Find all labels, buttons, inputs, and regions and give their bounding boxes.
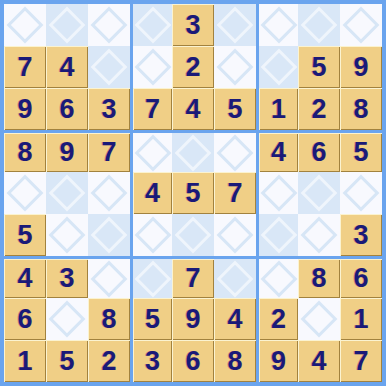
cell-r4c5[interactable] bbox=[172, 130, 214, 172]
cell-r8c8[interactable] bbox=[298, 298, 340, 340]
digit: 8 bbox=[311, 265, 326, 292]
cell-r2c4[interactable] bbox=[130, 46, 172, 88]
digit: 5 bbox=[311, 54, 326, 81]
digit: 4 bbox=[145, 180, 160, 207]
diamond-mark bbox=[301, 7, 338, 44]
cell-r5c2[interactable] bbox=[46, 172, 88, 214]
cell-r4c9: 5 bbox=[340, 130, 382, 172]
digit: 2 bbox=[311, 96, 326, 123]
digit: 2 bbox=[185, 54, 200, 81]
diamond-mark bbox=[217, 134, 254, 171]
digit: 8 bbox=[101, 306, 116, 333]
cell-r3c6: 5 bbox=[214, 88, 256, 130]
diamond-mark bbox=[260, 175, 297, 212]
cell-r9c5: 6 bbox=[172, 340, 214, 382]
cell-r5c9[interactable] bbox=[340, 172, 382, 214]
cell-r8c7: 2 bbox=[256, 298, 298, 340]
cell-r6c8[interactable] bbox=[298, 214, 340, 256]
digit: 1 bbox=[353, 306, 368, 333]
cell-r1c3[interactable] bbox=[88, 4, 130, 46]
cell-r2c3[interactable] bbox=[88, 46, 130, 88]
cell-r3c8: 2 bbox=[298, 88, 340, 130]
digit: 4 bbox=[59, 54, 74, 81]
cell-r9c6: 8 bbox=[214, 340, 256, 382]
cell-r1c2[interactable] bbox=[46, 4, 88, 46]
digit: 9 bbox=[59, 139, 74, 166]
cell-r4c3: 7 bbox=[88, 130, 130, 172]
cell-r9c7: 9 bbox=[256, 340, 298, 382]
cell-r1c6[interactable] bbox=[214, 4, 256, 46]
digit: 1 bbox=[17, 348, 32, 375]
digit: 3 bbox=[353, 222, 368, 249]
cell-r3c3: 3 bbox=[88, 88, 130, 130]
diamond-mark bbox=[134, 7, 171, 44]
cell-r6c4[interactable] bbox=[130, 214, 172, 256]
cell-r6c6[interactable] bbox=[214, 214, 256, 256]
cell-r4c6[interactable] bbox=[214, 130, 256, 172]
cell-r3c1: 9 bbox=[4, 88, 46, 130]
digit: 8 bbox=[353, 96, 368, 123]
digit: 5 bbox=[185, 180, 200, 207]
cell-r7c1: 4 bbox=[4, 256, 46, 298]
digit: 2 bbox=[101, 348, 116, 375]
cell-r9c2: 5 bbox=[46, 340, 88, 382]
diamond-mark bbox=[7, 175, 44, 212]
diamond-mark bbox=[91, 260, 128, 297]
digit: 8 bbox=[17, 139, 32, 166]
sudoku-board: 3742599637451288974654575343786685942115… bbox=[0, 0, 386, 386]
cell-r1c5: 3 bbox=[172, 4, 214, 46]
cell-r9c3: 2 bbox=[88, 340, 130, 382]
digit: 7 bbox=[353, 348, 368, 375]
cell-r7c4[interactable] bbox=[130, 256, 172, 298]
digit: 3 bbox=[185, 12, 200, 39]
cell-r7c3[interactable] bbox=[88, 256, 130, 298]
cell-r3c9: 8 bbox=[340, 88, 382, 130]
diamond-mark bbox=[217, 49, 254, 86]
cell-r4c8: 6 bbox=[298, 130, 340, 172]
cell-r8c6: 4 bbox=[214, 298, 256, 340]
digit: 9 bbox=[185, 306, 200, 333]
digit: 9 bbox=[17, 96, 32, 123]
diamond-mark bbox=[91, 217, 128, 254]
diamond-mark bbox=[217, 217, 254, 254]
digit: 6 bbox=[353, 265, 368, 292]
digit: 6 bbox=[59, 96, 74, 123]
cell-r7c7[interactable] bbox=[256, 256, 298, 298]
diamond-mark bbox=[49, 301, 86, 338]
diamond-mark bbox=[91, 175, 128, 212]
digit: 5 bbox=[145, 306, 160, 333]
cell-r9c1: 1 bbox=[4, 340, 46, 382]
digit: 4 bbox=[185, 96, 200, 123]
diamond-mark bbox=[260, 260, 297, 297]
cell-r4c4[interactable] bbox=[130, 130, 172, 172]
cell-r9c4: 3 bbox=[130, 340, 172, 382]
cell-r3c7: 1 bbox=[256, 88, 298, 130]
cell-r6c5[interactable] bbox=[172, 214, 214, 256]
cell-r2c9: 9 bbox=[340, 46, 382, 88]
digit: 3 bbox=[145, 348, 160, 375]
digit: 4 bbox=[271, 139, 286, 166]
cell-r1c1[interactable] bbox=[4, 4, 46, 46]
cell-r1c4[interactable] bbox=[130, 4, 172, 46]
cell-r5c4: 4 bbox=[130, 172, 172, 214]
cell-r5c1[interactable] bbox=[4, 172, 46, 214]
digit: 4 bbox=[311, 348, 326, 375]
cell-r8c5: 9 bbox=[172, 298, 214, 340]
diamond-mark bbox=[301, 175, 338, 212]
diamond-mark bbox=[301, 217, 338, 254]
cell-r2c7[interactable] bbox=[256, 46, 298, 88]
cell-r2c8: 5 bbox=[298, 46, 340, 88]
diamond-mark bbox=[91, 49, 128, 86]
digit: 1 bbox=[271, 96, 286, 123]
cell-r3c5: 4 bbox=[172, 88, 214, 130]
cell-r5c3[interactable] bbox=[88, 172, 130, 214]
digit: 4 bbox=[17, 265, 32, 292]
cell-r7c8: 8 bbox=[298, 256, 340, 298]
cell-r7c2: 3 bbox=[46, 256, 88, 298]
cell-r5c7[interactable] bbox=[256, 172, 298, 214]
digit: 7 bbox=[227, 180, 242, 207]
digit: 7 bbox=[17, 54, 32, 81]
cell-r7c9: 6 bbox=[340, 256, 382, 298]
digit: 6 bbox=[17, 306, 32, 333]
diamond-mark bbox=[175, 134, 212, 171]
digit: 7 bbox=[145, 96, 160, 123]
cell-r1c7[interactable] bbox=[256, 4, 298, 46]
diamond-mark bbox=[260, 217, 297, 254]
digit: 3 bbox=[59, 265, 74, 292]
cell-r7c5: 7 bbox=[172, 256, 214, 298]
diamond-mark bbox=[49, 175, 86, 212]
diamond-mark bbox=[217, 260, 254, 297]
cell-r8c9: 1 bbox=[340, 298, 382, 340]
cell-r1c8[interactable] bbox=[298, 4, 340, 46]
diamond-mark bbox=[134, 260, 171, 297]
cell-r6c3[interactable] bbox=[88, 214, 130, 256]
cell-r4c2: 9 bbox=[46, 130, 88, 172]
cell-r5c6: 7 bbox=[214, 172, 256, 214]
digit: 6 bbox=[311, 139, 326, 166]
diamond-mark bbox=[134, 217, 171, 254]
diamond-mark bbox=[260, 7, 297, 44]
diamond-mark bbox=[134, 49, 171, 86]
digit: 7 bbox=[101, 139, 116, 166]
cell-r8c1: 6 bbox=[4, 298, 46, 340]
diamond-mark bbox=[343, 7, 380, 44]
diamond-mark bbox=[7, 7, 44, 44]
digit: 5 bbox=[353, 139, 368, 166]
diamond-mark bbox=[301, 301, 338, 338]
cell-r2c5: 2 bbox=[172, 46, 214, 88]
cell-r8c3: 8 bbox=[88, 298, 130, 340]
diamond-mark bbox=[260, 49, 297, 86]
digit: 5 bbox=[59, 348, 74, 375]
digit: 5 bbox=[17, 222, 32, 249]
cell-r2c1: 7 bbox=[4, 46, 46, 88]
cell-r8c2[interactable] bbox=[46, 298, 88, 340]
cell-r5c8[interactable] bbox=[298, 172, 340, 214]
sudoku-grid: 3742599637451288974654575343786685942115… bbox=[4, 4, 382, 382]
diamond-mark bbox=[175, 217, 212, 254]
cell-r9c8: 4 bbox=[298, 340, 340, 382]
cell-r6c9: 3 bbox=[340, 214, 382, 256]
digit: 4 bbox=[227, 306, 242, 333]
cell-r4c1: 8 bbox=[4, 130, 46, 172]
cell-r4c7: 4 bbox=[256, 130, 298, 172]
diamond-mark bbox=[343, 175, 380, 212]
cell-r6c2[interactable] bbox=[46, 214, 88, 256]
cell-r2c6[interactable] bbox=[214, 46, 256, 88]
digit: 6 bbox=[185, 348, 200, 375]
diamond-mark bbox=[134, 134, 171, 171]
cell-r6c1: 5 bbox=[4, 214, 46, 256]
diamond-mark bbox=[49, 217, 86, 254]
diamond-mark bbox=[91, 7, 128, 44]
digit: 2 bbox=[271, 306, 286, 333]
cell-r2c2: 4 bbox=[46, 46, 88, 88]
digit: 8 bbox=[227, 348, 242, 375]
digit: 9 bbox=[271, 348, 286, 375]
cell-r1c9[interactable] bbox=[340, 4, 382, 46]
cell-r8c4: 5 bbox=[130, 298, 172, 340]
digit: 5 bbox=[227, 96, 242, 123]
cell-r7c6[interactable] bbox=[214, 256, 256, 298]
digit: 7 bbox=[185, 265, 200, 292]
cell-r9c9: 7 bbox=[340, 340, 382, 382]
diamond-mark bbox=[49, 7, 86, 44]
digit: 9 bbox=[353, 54, 368, 81]
cell-r5c5: 5 bbox=[172, 172, 214, 214]
digit: 3 bbox=[101, 96, 116, 123]
cell-r3c4: 7 bbox=[130, 88, 172, 130]
cell-r3c2: 6 bbox=[46, 88, 88, 130]
diamond-mark bbox=[217, 7, 254, 44]
cell-r6c7[interactable] bbox=[256, 214, 298, 256]
